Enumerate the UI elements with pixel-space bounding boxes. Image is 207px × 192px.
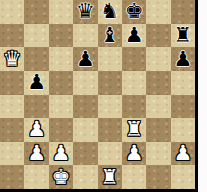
square-a7[interactable] — [0, 24, 24, 48]
square-a6[interactable]: ♛ — [0, 47, 24, 71]
square-h3[interactable] — [171, 118, 195, 142]
square-g3[interactable] — [146, 118, 170, 142]
square-g6[interactable] — [146, 47, 170, 71]
square-a8[interactable] — [0, 0, 24, 24]
square-h6[interactable]: ♟ — [171, 47, 195, 71]
square-c1[interactable]: ♚ — [49, 165, 73, 189]
square-h7[interactable]: ♜ — [171, 24, 195, 48]
piece-black-queen: ♛ — [76, 0, 95, 23]
square-a4[interactable] — [0, 95, 24, 119]
piece-black-king: ♚ — [125, 0, 144, 23]
square-c6[interactable] — [49, 47, 73, 71]
piece-white-rook: ♜ — [100, 166, 119, 189]
square-a5[interactable] — [0, 71, 24, 95]
square-d6[interactable]: ♟ — [73, 47, 97, 71]
square-e1[interactable]: ♜ — [98, 165, 122, 189]
piece-black-pawn: ♟ — [27, 71, 46, 94]
square-a3[interactable] — [0, 118, 24, 142]
piece-black-knight: ♞ — [100, 0, 119, 23]
piece-black-rook: ♜ — [173, 24, 192, 47]
square-d5[interactable] — [73, 71, 97, 95]
piece-white-pawn: ♟ — [125, 142, 144, 165]
piece-white-pawn: ♟ — [173, 142, 192, 165]
square-d1[interactable] — [73, 165, 97, 189]
piece-white-pawn: ♟ — [27, 118, 46, 141]
square-h1[interactable] — [171, 165, 195, 189]
square-g4[interactable] — [146, 95, 170, 119]
square-e4[interactable] — [98, 95, 122, 119]
square-b5[interactable]: ♟ — [24, 71, 48, 95]
piece-black-bishop: ♝ — [100, 24, 119, 47]
square-c3[interactable] — [49, 118, 73, 142]
square-h8[interactable] — [171, 0, 195, 24]
piece-black-pawn: ♟ — [173, 48, 192, 71]
square-f4[interactable] — [122, 95, 146, 119]
square-f3[interactable]: ♜ — [122, 118, 146, 142]
square-c7[interactable] — [49, 24, 73, 48]
square-g5[interactable] — [146, 71, 170, 95]
square-d8[interactable]: ♛ — [73, 0, 97, 24]
square-f7[interactable]: ♟ — [122, 24, 146, 48]
square-g7[interactable] — [146, 24, 170, 48]
square-e3[interactable] — [98, 118, 122, 142]
window-side-strip — [198, 0, 207, 192]
piece-black-pawn: ♟ — [76, 48, 95, 71]
square-c4[interactable] — [49, 95, 73, 119]
square-e7[interactable]: ♝ — [98, 24, 122, 48]
square-a1[interactable] — [0, 165, 24, 189]
square-e8[interactable]: ♞ — [98, 0, 122, 24]
piece-black-pawn: ♟ — [125, 24, 144, 47]
square-g8[interactable] — [146, 0, 170, 24]
square-b2[interactable]: ♟ — [24, 142, 48, 166]
square-b3[interactable]: ♟ — [24, 118, 48, 142]
square-f2[interactable]: ♟ — [122, 142, 146, 166]
square-c5[interactable] — [49, 71, 73, 95]
board-frame: ♛♞♚♝♟♜♛♟♟♟♟♜♟♟♟♟♚♜ — [0, 0, 198, 192]
square-d7[interactable] — [73, 24, 97, 48]
chess-board: ♛♞♚♝♟♜♛♟♟♟♟♜♟♟♟♟♚♜ — [0, 0, 195, 189]
piece-white-pawn: ♟ — [52, 142, 71, 165]
piece-white-queen: ♛ — [3, 48, 22, 71]
square-d3[interactable] — [73, 118, 97, 142]
square-e2[interactable] — [98, 142, 122, 166]
piece-white-rook: ♜ — [125, 118, 144, 141]
square-h5[interactable] — [171, 71, 195, 95]
square-g2[interactable] — [146, 142, 170, 166]
square-b8[interactable] — [24, 0, 48, 24]
square-f6[interactable] — [122, 47, 146, 71]
piece-white-king: ♚ — [52, 166, 71, 189]
square-f1[interactable] — [122, 165, 146, 189]
square-b1[interactable] — [24, 165, 48, 189]
square-c2[interactable]: ♟ — [49, 142, 73, 166]
square-d4[interactable] — [73, 95, 97, 119]
square-e6[interactable] — [98, 47, 122, 71]
square-b4[interactable] — [24, 95, 48, 119]
square-e5[interactable] — [98, 71, 122, 95]
square-b6[interactable] — [24, 47, 48, 71]
square-h4[interactable] — [171, 95, 195, 119]
chess-board-window: ♛♞♚♝♟♜♛♟♟♟♟♜♟♟♟♟♚♜ — [0, 0, 207, 192]
square-b7[interactable] — [24, 24, 48, 48]
square-g1[interactable] — [146, 165, 170, 189]
square-c8[interactable] — [49, 0, 73, 24]
square-h2[interactable]: ♟ — [171, 142, 195, 166]
square-d2[interactable] — [73, 142, 97, 166]
piece-white-pawn: ♟ — [27, 142, 46, 165]
square-f8[interactable]: ♚ — [122, 0, 146, 24]
square-a2[interactable] — [0, 142, 24, 166]
square-f5[interactable] — [122, 71, 146, 95]
